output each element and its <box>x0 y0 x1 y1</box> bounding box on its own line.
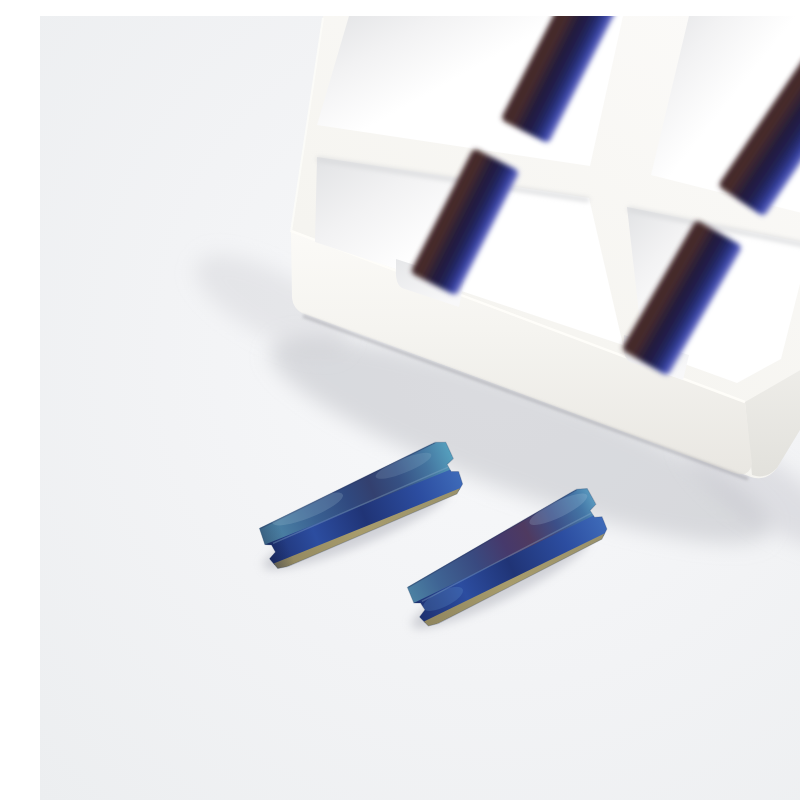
product-photo <box>40 16 800 800</box>
photo-canvas <box>40 16 800 800</box>
